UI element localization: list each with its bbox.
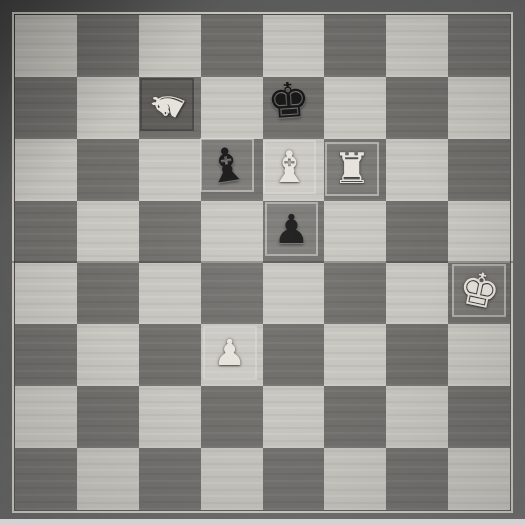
black-pawn-icon: ♟	[273, 209, 309, 249]
square-c5[interactable]	[139, 201, 201, 263]
board-photo: ♞♚♝♝♜♟♚♟	[0, 0, 525, 525]
white-pawn-d3[interactable]: ♟	[199, 322, 261, 384]
square-b2[interactable]	[77, 386, 139, 448]
square-e1[interactable]	[263, 448, 325, 510]
white-bishop-e6[interactable]: ♝	[259, 136, 321, 198]
white-king-h4[interactable]: ♚	[448, 260, 510, 322]
square-f7[interactable]	[324, 77, 386, 139]
black-king-icon: ♚	[265, 75, 311, 126]
square-h2[interactable]	[448, 386, 510, 448]
black-bishop-d6[interactable]: ♝	[196, 134, 258, 196]
white-rook-icon: ♜	[333, 148, 371, 190]
square-b8[interactable]	[77, 15, 139, 77]
square-d5[interactable]	[201, 201, 263, 263]
square-d4[interactable]	[201, 263, 263, 325]
square-a1[interactable]	[15, 448, 77, 510]
square-h5[interactable]	[448, 201, 510, 263]
square-a4[interactable]	[15, 263, 77, 325]
square-a5[interactable]	[15, 201, 77, 263]
square-g4[interactable]	[386, 263, 448, 325]
square-b6[interactable]	[77, 139, 139, 201]
square-b5[interactable]	[77, 201, 139, 263]
square-d7[interactable]	[201, 77, 263, 139]
square-a6[interactable]	[15, 139, 77, 201]
table-edge	[0, 519, 525, 525]
square-d2[interactable]	[201, 386, 263, 448]
square-f2[interactable]	[324, 386, 386, 448]
square-c8[interactable]	[139, 15, 201, 77]
square-f4[interactable]	[324, 263, 386, 325]
white-rook-f6[interactable]: ♜	[321, 138, 383, 200]
square-g7[interactable]	[386, 77, 448, 139]
square-b3[interactable]	[77, 324, 139, 386]
square-c2[interactable]	[139, 386, 201, 448]
square-a2[interactable]	[15, 386, 77, 448]
square-a8[interactable]	[15, 15, 77, 77]
black-king-e7[interactable]: ♚	[258, 70, 320, 132]
square-g5[interactable]	[386, 201, 448, 263]
square-a7[interactable]	[15, 77, 77, 139]
square-b7[interactable]	[77, 77, 139, 139]
square-f5[interactable]	[324, 201, 386, 263]
square-g8[interactable]	[386, 15, 448, 77]
square-c3[interactable]	[139, 324, 201, 386]
square-h6[interactable]	[448, 139, 510, 201]
black-pawn-e5[interactable]: ♟	[261, 198, 323, 260]
square-h1[interactable]	[448, 448, 510, 510]
board-fold-seam	[12, 261, 513, 263]
square-b1[interactable]	[77, 448, 139, 510]
square-e3[interactable]	[263, 324, 325, 386]
square-c1[interactable]	[139, 448, 201, 510]
square-g1[interactable]	[386, 448, 448, 510]
square-c6[interactable]	[139, 139, 201, 201]
square-b4[interactable]	[77, 263, 139, 325]
black-bishop-icon: ♝	[203, 139, 250, 190]
square-g6[interactable]	[386, 139, 448, 201]
white-pawn-icon: ♟	[214, 335, 246, 371]
square-f8[interactable]	[324, 15, 386, 77]
square-f1[interactable]	[324, 448, 386, 510]
square-h8[interactable]	[448, 15, 510, 77]
square-g2[interactable]	[386, 386, 448, 448]
square-f3[interactable]	[324, 324, 386, 386]
square-a3[interactable]	[15, 324, 77, 386]
square-d8[interactable]	[201, 15, 263, 77]
square-h3[interactable]	[448, 324, 510, 386]
square-e8[interactable]	[263, 15, 325, 77]
square-c4[interactable]	[139, 263, 201, 325]
square-g3[interactable]	[386, 324, 448, 386]
white-king-icon: ♚	[454, 264, 504, 318]
square-e4[interactable]	[263, 263, 325, 325]
white-bishop-icon: ♝	[270, 145, 309, 189]
white-knight-c7[interactable]: ♞	[136, 74, 198, 136]
square-h7[interactable]	[448, 77, 510, 139]
square-d1[interactable]	[201, 448, 263, 510]
square-e2[interactable]	[263, 386, 325, 448]
white-knight-icon: ♞	[141, 79, 194, 130]
